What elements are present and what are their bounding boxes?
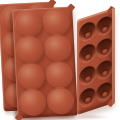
semi-sphere-dome (18, 63, 45, 90)
cavity-grid (77, 9, 112, 115)
semi-sphere-cavity (79, 20, 96, 43)
semi-sphere-cavity (96, 36, 113, 59)
semi-sphere-dome (17, 36, 44, 63)
semi-sphere-dome (47, 87, 74, 114)
semi-sphere-dome (45, 35, 72, 62)
semi-sphere-cavity (79, 64, 96, 87)
silicone-mold-front-left (12, 7, 78, 119)
semi-sphere-dome (15, 10, 42, 37)
semi-sphere-cavity (96, 58, 113, 81)
semi-sphere-dome (43, 9, 70, 36)
semi-sphere-cavity (79, 42, 96, 65)
ground-shadow (74, 114, 110, 120)
silicone-mold-right-tilted (77, 9, 112, 115)
semi-sphere-cavity (96, 15, 113, 38)
dome-grid (12, 7, 78, 119)
semi-sphere-dome (46, 61, 73, 88)
semi-sphere-cavity (79, 85, 96, 108)
product-photo (0, 0, 120, 120)
semi-sphere-dome (19, 89, 46, 116)
